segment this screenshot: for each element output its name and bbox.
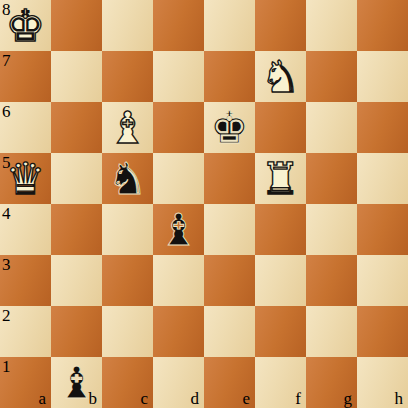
square-b8[interactable] xyxy=(51,0,102,51)
square-a4[interactable]: 4 xyxy=(0,204,51,255)
file-label-f: f xyxy=(295,390,301,407)
rank-label-3: 3 xyxy=(2,256,11,273)
file-label-d: d xyxy=(191,390,200,407)
square-e6[interactable]: ♚ xyxy=(204,102,255,153)
square-h4[interactable] xyxy=(357,204,408,255)
square-g2[interactable] xyxy=(306,306,357,357)
black-bishop-d4[interactable]: ♝ xyxy=(153,204,204,255)
square-b2[interactable] xyxy=(51,306,102,357)
square-e2[interactable] xyxy=(204,306,255,357)
file-label-e: e xyxy=(242,390,250,407)
square-a1[interactable]: 1a xyxy=(0,357,51,408)
rank-label-1: 1 xyxy=(2,358,11,375)
square-b5[interactable] xyxy=(51,153,102,204)
square-c2[interactable] xyxy=(102,306,153,357)
square-c8[interactable] xyxy=(102,0,153,51)
square-c4[interactable] xyxy=(102,204,153,255)
white-queen-a5[interactable]: ♛ xyxy=(0,153,51,204)
square-e4[interactable] xyxy=(204,204,255,255)
file-label-g: g xyxy=(344,390,353,407)
file-label-h: h xyxy=(395,390,404,407)
square-g4[interactable] xyxy=(306,204,357,255)
white-knight-f7[interactable]: ♞ xyxy=(255,51,306,102)
square-g1[interactable]: g xyxy=(306,357,357,408)
square-h8[interactable] xyxy=(357,0,408,51)
square-b7[interactable] xyxy=(51,51,102,102)
square-g8[interactable] xyxy=(306,0,357,51)
black-knight-c5[interactable]: ♞ xyxy=(102,153,153,204)
white-bishop-c6[interactable]: ♝ xyxy=(102,102,153,153)
square-b3[interactable] xyxy=(51,255,102,306)
square-a3[interactable]: 3 xyxy=(0,255,51,306)
square-e3[interactable] xyxy=(204,255,255,306)
square-d7[interactable] xyxy=(153,51,204,102)
square-f8[interactable] xyxy=(255,0,306,51)
square-g6[interactable] xyxy=(306,102,357,153)
square-h1[interactable]: h xyxy=(357,357,408,408)
square-a6[interactable]: 6 xyxy=(0,102,51,153)
square-e7[interactable] xyxy=(204,51,255,102)
square-f1[interactable]: f xyxy=(255,357,306,408)
black-bishop-b1[interactable]: ♝ xyxy=(51,357,102,408)
square-h6[interactable] xyxy=(357,102,408,153)
square-c3[interactable] xyxy=(102,255,153,306)
square-g3[interactable] xyxy=(306,255,357,306)
rank-label-2: 2 xyxy=(2,307,11,324)
square-d8[interactable] xyxy=(153,0,204,51)
square-d4[interactable]: ♝ xyxy=(153,204,204,255)
square-a7[interactable]: 7 xyxy=(0,51,51,102)
black-king-e6[interactable]: ♚ xyxy=(204,102,255,153)
square-a8[interactable]: 8♚ xyxy=(0,0,51,51)
square-e5[interactable] xyxy=(204,153,255,204)
square-c1[interactable]: c xyxy=(102,357,153,408)
chess-board: 8♚7♞6♝♚5♛♞♜4♝321ab♝cdefgh xyxy=(0,0,408,408)
square-d1[interactable]: d xyxy=(153,357,204,408)
rank-label-7: 7 xyxy=(2,52,11,69)
square-h2[interactable] xyxy=(357,306,408,357)
square-d5[interactable] xyxy=(153,153,204,204)
square-e8[interactable] xyxy=(204,0,255,51)
square-a5[interactable]: 5♛ xyxy=(0,153,51,204)
square-c7[interactable] xyxy=(102,51,153,102)
square-g5[interactable] xyxy=(306,153,357,204)
square-g7[interactable] xyxy=(306,51,357,102)
white-rook-f5[interactable]: ♜ xyxy=(255,153,306,204)
square-e1[interactable]: e xyxy=(204,357,255,408)
square-b1[interactable]: b♝ xyxy=(51,357,102,408)
rank-label-6: 6 xyxy=(2,103,11,120)
square-f7[interactable]: ♞ xyxy=(255,51,306,102)
square-d6[interactable] xyxy=(153,102,204,153)
square-f6[interactable] xyxy=(255,102,306,153)
file-label-c: c xyxy=(140,390,148,407)
square-f3[interactable] xyxy=(255,255,306,306)
square-c5[interactable]: ♞ xyxy=(102,153,153,204)
white-king-a8[interactable]: ♚ xyxy=(0,0,51,51)
square-f2[interactable] xyxy=(255,306,306,357)
square-b6[interactable] xyxy=(51,102,102,153)
rank-label-4: 4 xyxy=(2,205,11,222)
square-f4[interactable] xyxy=(255,204,306,255)
square-h3[interactable] xyxy=(357,255,408,306)
square-h5[interactable] xyxy=(357,153,408,204)
square-b4[interactable] xyxy=(51,204,102,255)
square-h7[interactable] xyxy=(357,51,408,102)
square-d2[interactable] xyxy=(153,306,204,357)
square-c6[interactable]: ♝ xyxy=(102,102,153,153)
square-a2[interactable]: 2 xyxy=(0,306,51,357)
square-d3[interactable] xyxy=(153,255,204,306)
file-label-a: a xyxy=(38,390,46,407)
square-f5[interactable]: ♜ xyxy=(255,153,306,204)
